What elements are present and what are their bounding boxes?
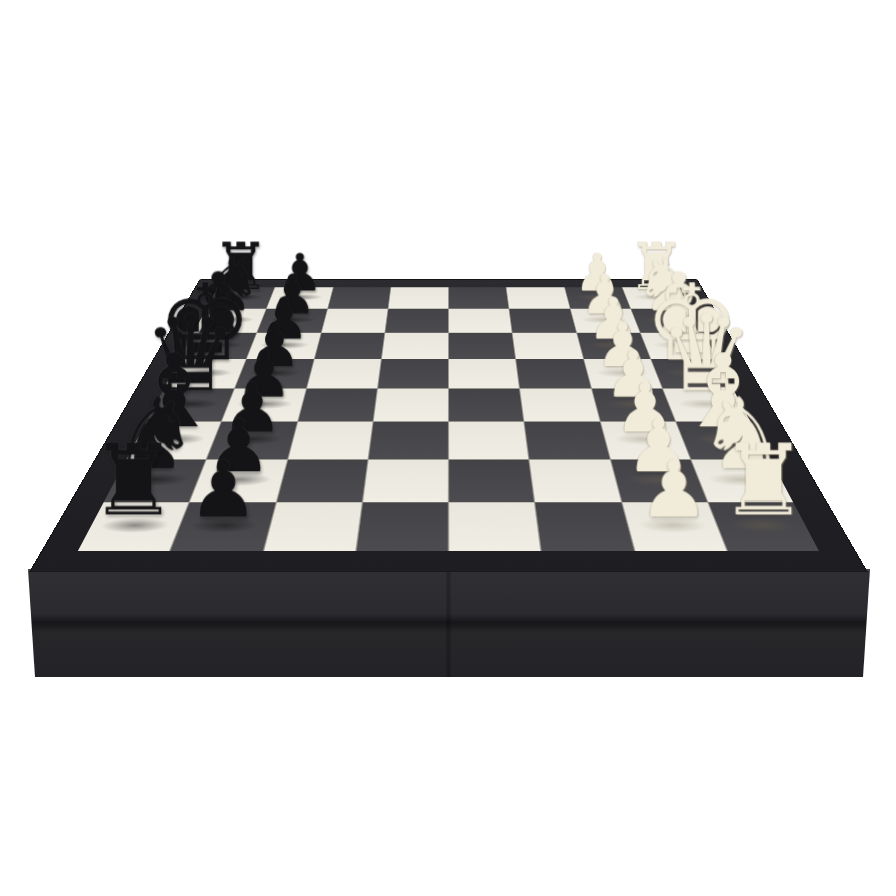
white-rook-icon: ♜ — [675, 431, 852, 529]
pieces-layer: ♜♞♝♛♚♝♞♜♟♟♟♟♟♟♟♟♟♟♟♟♟♟♟♟♜♞♝♛♚♝♞♜ — [29, 279, 868, 572]
chess-board: ♜♞♝♛♚♝♞♜♟♟♟♟♟♟♟♟♟♟♟♟♟♟♟♟♜♞♝♛♚♝♞♜ — [29, 279, 868, 572]
product-photo-stage: ♜♞♝♛♚♝♞♜♟♟♟♟♟♟♟♟♟♟♟♟♟♟♟♟♜♞♝♛♚♝♞♜ — [0, 0, 896, 896]
board-scene: ♜♞♝♛♚♝♞♜♟♟♟♟♟♟♟♟♟♟♟♟♟♟♟♟♜♞♝♛♚♝♞♜ — [136, 76, 761, 701]
black-pawn-icon: ♟ — [135, 451, 312, 529]
